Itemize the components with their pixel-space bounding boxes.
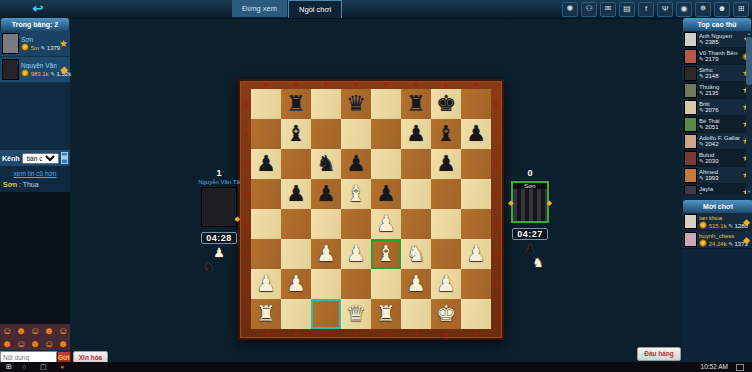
square-a6[interactable]: ♟ [251,149,281,179]
elo-value: 2385 [705,39,718,45]
square-e4[interactable]: ♟ [371,209,401,239]
top-player-row[interactable]: Anh Nguyen✎ 2385✦ [682,31,752,48]
square-c3[interactable]: ♟ [311,239,341,269]
avatar [2,59,19,80]
top-player-row[interactable]: Ahmed✎ 1993★ [682,167,752,184]
avatar [684,32,697,47]
square-d7[interactable] [341,119,371,149]
player-info: Vũ Thanh Bên✎ 2179 [699,50,740,62]
player-stats: 515.1k ✎ 1280 [699,221,741,229]
square-c1[interactable] [311,299,341,329]
file-label: d [341,331,371,338]
white-pawn-piece-e4[interactable]: ♟ [371,209,401,239]
elo-pencil-icon: ✎ [727,223,733,229]
square-b8[interactable]: ♜ [281,89,311,119]
top-players-list: Anh Nguyen✎ 2385✦Vũ Thanh Bên✎ 2179◉Sirh… [682,31,752,194]
top-player-row[interactable]: Britt✎ 2076★ [682,99,752,116]
black-pawn-piece-d6[interactable]: ♟ [341,149,371,179]
white-knight-icon: ♞ [513,256,563,270]
square-h1[interactable] [461,299,491,329]
file-label: c [311,331,341,338]
square-f1[interactable] [401,299,431,329]
file-labels-top: abcdefgh [251,81,491,88]
black-rook-piece-f8[interactable]: ♜ [401,89,431,119]
top-player-row[interactable]: Jayla✎ ★ [682,184,752,194]
square-g6[interactable]: ♟ [431,149,461,179]
player-elo: ✎ 2135 [699,90,740,96]
square-c7[interactable] [311,119,341,149]
resign-button[interactable]: Đầu hàng [637,347,681,361]
square-f3[interactable]: ♞ [401,239,431,269]
invite-header: Mời chơi [683,200,752,213]
file-label: g [431,81,461,88]
square-h2[interactable] [461,269,491,299]
rank-label: 7 [491,131,501,138]
back-arrow-icon: ↩ [33,1,44,16]
invite-player-row[interactable]: tan khoa 515.1k ✎ 1280◆ [682,213,752,231]
emoji-icon[interactable]: ☻ [44,325,55,337]
black-pawn-piece-f7[interactable]: ♟ [401,119,431,149]
avatar [684,100,697,115]
square-d1[interactable]: ♛ [341,299,371,329]
file-label: a [251,81,281,88]
coin-amount: 5m [31,45,39,51]
badge-diamond-icon: ◆ [60,64,68,75]
avatar [684,185,697,195]
taskbar-app-icon[interactable]: ● [60,363,64,371]
square-b5[interactable]: ♟ [281,179,311,209]
rank-label: 2 [241,281,251,288]
elo-value: 2030 [705,158,718,164]
white-pawn-piece-a2[interactable]: ♟ [251,269,281,299]
file-label: e [371,81,401,88]
black-rook-piece-b8[interactable]: ♜ [281,89,311,119]
player-elo: ✎ 2030 [699,158,740,164]
square-g5[interactable] [431,179,461,209]
square-g3[interactable] [431,239,461,269]
elo-pencil-icon: ✎ [727,241,733,247]
top-bar: ↩ Đứng xemNgồi chơi ✺⚇✉▤fΨ◉✵☻⊞ [0,0,752,19]
channel-bar: Kênh bàn chơi ▤ [0,150,70,166]
black-player-avatar[interactable]: Sơn ◆ ◆ [511,181,549,223]
avatar [684,49,697,64]
chat-message: Sơn : Thua [3,181,39,188]
elo-value: 2179 [705,56,718,62]
file-label: f [401,331,431,338]
chat-history-area[interactable] [0,192,70,324]
rank-label: 7 [241,131,251,138]
player-stats: 24.24k ✎ 1373 [699,239,741,247]
white-player-name[interactable]: Nguyễn Văn Tã [194,179,244,185]
coin-icon [699,221,707,229]
rank-label: 1 [241,311,251,318]
square-h3[interactable]: ♟ [461,239,491,269]
taskbar-app-icon[interactable]: ▢ [40,363,47,371]
table-player-row[interactable]: Sơn 5m ✎ 1379★ [0,31,70,57]
black-pawn-piece-b5[interactable]: ♟ [281,179,311,209]
square-e5[interactable]: ♟ [371,179,401,209]
elo-pencil-icon: ✎ [49,71,55,77]
start-icon[interactable]: ⊞ [6,363,12,371]
top-player-row[interactable]: Vũ Thanh Bên✎ 2179◉ [682,48,752,65]
white-score: 1 [194,168,244,178]
app-window: ↩ Đứng xemNgồi chơi ✺⚇✉▤fΨ◉✵☻⊞ Trong bản… [0,0,752,372]
mode-tabs: Đứng xemNgồi chơi [232,0,342,18]
black-queen-piece-d8[interactable]: ♛ [341,89,371,119]
player-name: Sơn [21,36,57,43]
left-sidebar: Trong bảng: 2 Sơn 5m ✎ 1379★Nguyễn Văn T… [0,18,70,362]
rank-label: 5 [491,191,501,198]
wheel-icon[interactable]: ✵ [695,2,711,17]
older-messages-link[interactable]: xem tin cũ hơn [0,170,70,177]
square-b7[interactable]: ♝ [281,119,311,149]
black-player-name: Sơn [513,183,547,189]
white-pawn-piece-b2[interactable]: ♟ [281,269,311,299]
file-label: h [461,81,491,88]
avatar [684,83,697,98]
square-d6[interactable]: ♟ [341,149,371,179]
table-player-row[interactable]: Nguyễn Văn Tã 983.1k ✎ 1.52k◆ [0,57,70,83]
square-b3[interactable] [281,239,311,269]
square-g1[interactable]: ♚ [431,299,461,329]
invite-list: tan khoa 515.1k ✎ 1280◆huynh_chess 24.24… [682,213,752,249]
square-c8[interactable] [311,89,341,119]
scroll-down-icon[interactable]: ▼ [746,189,752,194]
avatar [684,214,697,229]
player-white-widget: 1 Nguyễn Văn Tã ◆ 04:28 ♟♞ [194,168,244,274]
scrollbar-thumb[interactable] [746,37,752,85]
square-h5[interactable] [461,179,491,209]
emoji-icon[interactable]: ☺ [2,325,12,337]
rank-label: 2 [491,281,501,288]
chess-board: abcdefgh 87654321 ♜♛♜♚♝♟♝♟♟♞♟♟♟♟♝♟♟♟♟♝♞♟… [238,79,504,340]
trophy-icon[interactable]: Ψ [657,2,673,17]
black-bishop-piece-b7[interactable]: ♝ [281,119,311,149]
tab-watch[interactable]: Đứng xem [232,0,288,17]
player-info: Sirhc✎ 2148 [699,67,740,79]
player-elo: ✎ 2076 [699,107,740,113]
emoji-icon[interactable]: ☺ [16,338,26,350]
black-clock: 04:27 [512,228,548,240]
player-info: Jayla✎ [699,186,740,194]
player-info: Britt✎ 2076 [699,101,740,113]
table-players-list: Sơn 5m ✎ 1379★Nguyễn Văn Tã 983.1k ✎ 1.5… [0,31,70,83]
square-f4[interactable] [401,209,431,239]
file-label: f [401,81,431,88]
square-f7[interactable]: ♟ [401,119,431,149]
square-e7[interactable] [371,119,401,149]
player-elo: ✎ 2179 [699,56,740,62]
square-f2[interactable]: ♟ [401,269,431,299]
square-d4[interactable] [341,209,371,239]
avatar [684,134,697,149]
square-a4[interactable] [251,209,281,239]
square-a2[interactable]: ♟ [251,269,281,299]
player-elo: ✎ [699,192,740,194]
square-a8[interactable] [251,89,281,119]
black-pawn-piece-c5[interactable]: ♟ [311,179,341,209]
top-player-row[interactable]: Thuâng✎ 2135★ [682,82,752,99]
square-f5[interactable] [401,179,431,209]
square-b2[interactable]: ♟ [281,269,311,299]
square-e6[interactable] [371,149,401,179]
square-e3[interactable]: ♝ [371,239,401,269]
file-label: b [281,81,311,88]
rank-label: 8 [241,101,251,108]
taskbar-clock: 10:52 AM [701,363,728,370]
emoji-icon[interactable]: ☺ [44,338,54,350]
emoji-icon[interactable]: ☺ [30,325,40,337]
square-h7[interactable]: ♟ [461,119,491,149]
emoji-icon[interactable]: ☺ [58,325,68,337]
video-icon[interactable]: ▤ [619,2,635,17]
square-h4[interactable] [461,209,491,239]
black-knight-icon: ♞ [184,260,234,274]
right-sidebar: Top cao thủ Anh Nguyen✎ 2385✦Vũ Thanh Bê… [682,18,752,362]
badge-star-icon: ★ [59,38,68,49]
player-name: Nguyễn Văn Tã [21,62,58,69]
rank-label: 6 [491,161,501,168]
player-info: Thuâng✎ 2135 [699,84,740,96]
player-info: Nguyễn Văn Tã 983.1k ✎ 1.52k [21,62,58,77]
tab-play[interactable]: Ngồi chơi [288,0,342,18]
emoji-panel: ☺☻☺☻☺☻☺☻☺☻ [0,324,70,350]
invite-player-row[interactable]: huynh_chess 24.24k ✎ 1373◆ [682,231,752,249]
badge-diamond-icon: ◆ [743,235,750,245]
profile-icon[interactable]: ☻ [714,2,730,17]
player-info: Bulud✎ 2030 [699,152,740,164]
avatar [684,232,697,247]
black-pawn-piece-g6[interactable]: ♟ [431,149,461,179]
top-players-scrollbar[interactable]: ▲ ▼ [746,31,752,194]
chat-author[interactable]: Sơn [3,181,17,188]
white-bishop-piece-d5[interactable]: ♝ [341,179,371,209]
player-black-widget: 0 Sơn ◆ ◆ 04:27 ♟♞ [505,168,555,270]
mail-icon[interactable]: ✉ [600,2,616,17]
square-d3[interactable]: ♟ [341,239,371,269]
square-b4[interactable] [281,209,311,239]
white-pawn-piece-h3[interactable]: ♟ [461,239,491,269]
square-h6[interactable] [461,149,491,179]
square-e2[interactable] [371,269,401,299]
player-stats: 983.1k ✎ 1.52k [21,69,58,77]
back-button[interactable]: ↩ [20,0,56,18]
file-label: g [431,331,461,338]
file-label: c [311,81,341,88]
avatar [2,33,19,54]
square-f8[interactable]: ♜ [401,89,431,119]
board-grid: ♜♛♜♚♝♟♝♟♟♞♟♟♟♟♝♟♟♟♟♝♞♟♟♟♟♟♜♛♜♚ [251,89,491,329]
diamond-badge-icon: ◆ [235,215,240,223]
player-elo: ✎ 2385 [699,39,740,45]
white-pawn-icon: ♟ [194,246,244,260]
top-icon-bar: ✺⚇✉▤fΨ◉✵☻⊞ [562,2,749,17]
white-pawn-piece-g2[interactable]: ♟ [431,269,461,299]
elo-value: 2051 [705,124,718,130]
square-g8[interactable]: ♚ [431,89,461,119]
rank-label: 1 [491,311,501,318]
player-elo: ✎ 1993 [699,175,740,181]
square-g7[interactable]: ♝ [431,119,461,149]
white-captured-tray: ♟♞ [194,246,244,274]
channel-options-button[interactable]: ▤ [61,152,69,164]
emoji-icon[interactable]: ☻ [58,338,69,350]
avatar [684,117,697,132]
rank-labels-right: 87654321 [491,89,501,329]
white-pawn-piece-f2[interactable]: ♟ [401,269,431,299]
square-c4[interactable] [311,209,341,239]
taskbar-app-icon[interactable]: ○ [22,363,26,371]
top-player-row[interactable]: Sirhc✎ 2148★ [682,65,752,82]
rank-label: 6 [241,161,251,168]
rank-label: 3 [491,251,501,258]
top-player-row[interactable]: Adolfo F. Gallardo✎ 2042★ [682,133,752,150]
top-player-row[interactable]: Bé Thái✎ 2051★ [682,116,752,133]
friends-icon[interactable]: ⚇ [581,2,597,17]
diamond-badge-icon: ◆ [508,199,513,207]
rank-label: 8 [491,101,501,108]
file-label: a [251,331,281,338]
top-players-header: Top cao thủ [683,18,751,31]
player-elo: ✎ 2148 [699,73,740,79]
white-queen-piece-d1[interactable]: ♛ [341,299,371,329]
player-stats: 5m ✎ 1379 [21,43,57,51]
elo-pencil-icon: ✎ [699,192,704,194]
white-pawn-piece-d3[interactable]: ♟ [341,239,371,269]
black-pawn-piece-h7[interactable]: ♟ [461,119,491,149]
player-info: tan khoa 515.1k ✎ 1280 [699,215,741,229]
elo-value: 2042 [705,141,718,147]
file-label: b [281,331,311,338]
square-c2[interactable] [311,269,341,299]
square-b6[interactable] [281,149,311,179]
square-h8[interactable] [461,89,491,119]
elo-value: 2076 [705,107,718,113]
square-d2[interactable] [341,269,371,299]
channel-select[interactable]: bàn chơi [22,153,59,164]
square-b1[interactable] [281,299,311,329]
avatar [684,151,697,166]
channel-label: Kênh [2,155,20,162]
white-bishop-piece-e3[interactable]: ♝ [371,239,401,269]
square-d8[interactable]: ♛ [341,89,371,119]
white-rook-piece-a1[interactable]: ♜ [251,299,281,329]
square-a3[interactable] [251,239,281,269]
player-info: Anh Nguyen✎ 2385 [699,33,740,45]
black-king-piece-g8[interactable]: ♚ [431,89,461,119]
square-a1[interactable]: ♜ [251,299,281,329]
file-label: h [461,331,491,338]
emoji-icon[interactable]: ☻ [16,325,27,337]
elo-value: 2135 [705,90,718,96]
rank-label: 4 [491,221,501,228]
player-elo: ✎ 2051 [699,124,740,130]
chat-text: : Thua [19,181,39,188]
elo-value: 1993 [705,175,718,181]
black-bishop-piece-g7[interactable]: ♝ [431,119,461,149]
taskbar: ⊞ ○ ▢ ● 10:52 AM [0,362,752,372]
facebook-icon[interactable]: f [638,2,654,17]
black-pawn-piece-e5[interactable]: ♟ [371,179,401,209]
square-d5[interactable]: ♝ [341,179,371,209]
badge-diamond-icon: ◆ [743,217,750,227]
square-c6[interactable]: ♞ [311,149,341,179]
file-label: e [371,331,401,338]
coin-icon [699,239,707,247]
medal-icon[interactable]: ◉ [676,2,692,17]
player-info: Bé Thái✎ 2051 [699,118,740,130]
square-c5[interactable]: ♟ [311,179,341,209]
notification-icon[interactable] [736,364,744,371]
player-elo: ✎ 2042 [699,141,740,147]
top-player-row[interactable]: Bulud✎ 2030★ [682,150,752,167]
player-info: Adolfo F. Gallardo✎ 2042 [699,135,740,147]
white-knight-piece-f3[interactable]: ♞ [401,239,431,269]
square-g2[interactable]: ♟ [431,269,461,299]
coin-amount: 515.1k [709,223,727,229]
black-knight-piece-c6[interactable]: ♞ [311,149,341,179]
coin-amount: 24.24k [709,241,727,247]
square-f6[interactable] [401,149,431,179]
scroll-up-icon[interactable]: ▲ [746,31,752,36]
coin-icon [21,43,29,51]
coin-amount: 983.1k [31,71,49,77]
white-pawn-piece-c3[interactable]: ♟ [311,239,341,269]
elo-value: 2148 [705,73,718,79]
square-e1[interactable]: ♜ [371,299,401,329]
fullscreen-icon[interactable]: ⊞ [733,2,749,17]
player-info: Sơn 5m ✎ 1379 [21,36,57,51]
emoji-icon[interactable]: ☻ [30,338,41,350]
square-a7[interactable] [251,119,281,149]
clan-icon[interactable]: ✺ [562,2,578,17]
black-pawn-icon: ♟ [505,242,555,256]
avatar [684,66,697,81]
black-captured-tray: ♟♞ [505,242,555,270]
white-player-avatar[interactable]: ◆ [201,187,237,227]
player-info: huynh_chess 24.24k ✎ 1373 [699,233,741,247]
black-pawn-piece-a6[interactable]: ♟ [251,149,281,179]
white-king-piece-g1[interactable]: ♚ [431,299,461,329]
elo-pencil-icon: ✎ [39,45,45,51]
coin-icon [21,69,29,77]
square-g4[interactable] [431,209,461,239]
table-players-header: Trong bảng: 2 [1,18,69,31]
white-rook-piece-e1[interactable]: ♜ [371,299,401,329]
file-label: d [341,81,371,88]
file-labels-bottom: abcdefgh [251,331,491,338]
black-score: 0 [505,168,555,178]
white-clock: 04:28 [201,232,237,244]
player-info: Ahmed✎ 1993 [699,169,740,181]
diamond-badge-icon: ◆ [547,199,552,207]
avatar [684,168,697,183]
square-a5[interactable] [251,179,281,209]
emoji-icon[interactable]: ☻ [2,338,13,350]
square-e8[interactable] [371,89,401,119]
